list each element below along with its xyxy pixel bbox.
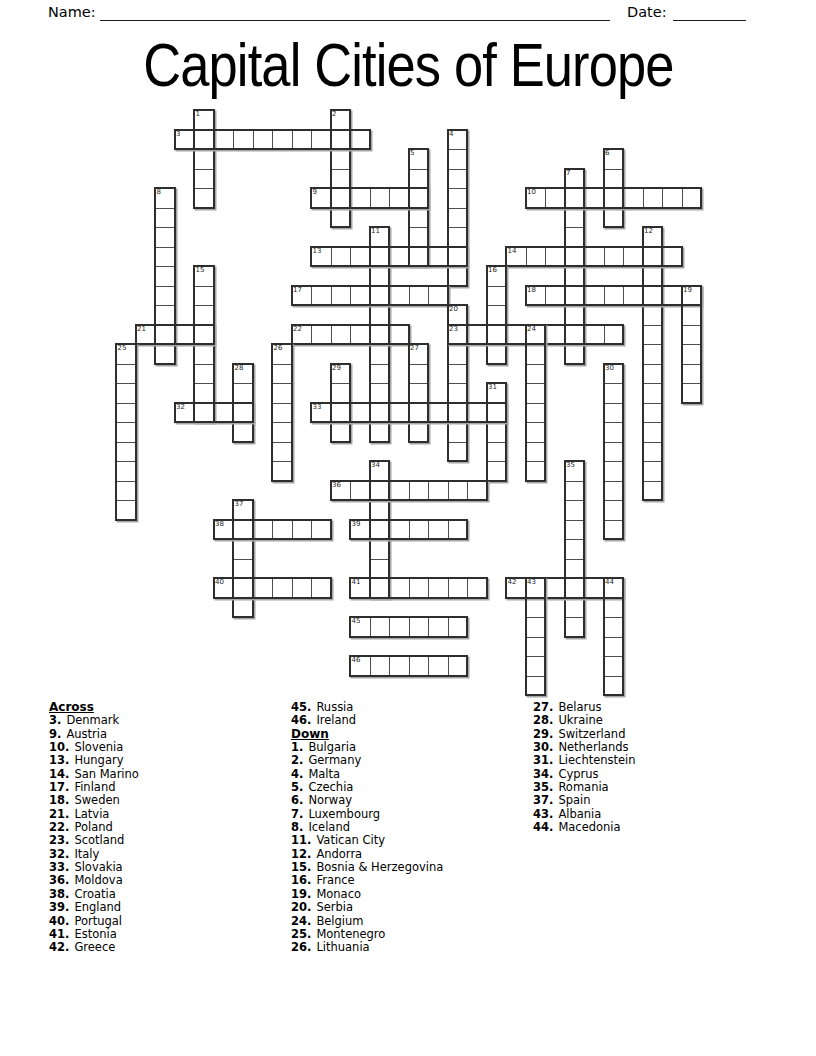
grid-cell-r13c17[interactable] [448,364,469,385]
grid-cell-r19c12[interactable] [350,481,371,502]
clue-text: Czechia [308,780,353,794]
grid-cell-r11c11[interactable] [331,325,352,346]
grid-cell-r6c15[interactable] [409,227,430,248]
grid-cell-r16c25[interactable] [604,422,625,443]
cell-number-26: 26 [274,345,283,352]
clue-number: 2. [291,753,303,767]
grid-cell-r24c6[interactable] [233,578,254,599]
grid-cell-r25c6[interactable] [233,598,254,619]
grid-cell-r26c16[interactable] [428,617,449,638]
grid-cell-r27c21[interactable] [526,637,547,658]
grid-cell-r19c15[interactable] [409,481,430,502]
cell-number-21: 21 [137,326,146,333]
grid-cell-r15c0[interactable] [116,403,137,424]
grid-cell-r22c23[interactable] [565,539,586,560]
grid-cell-r17c21[interactable] [526,442,547,463]
grid-cell-r14c27[interactable] [643,383,664,404]
grid-cell-r15c14[interactable] [389,403,410,424]
grid-cell-r1c9[interactable] [292,130,313,151]
grid-cell-r10c2[interactable] [155,305,176,326]
grid-cell-r14c11[interactable] [331,383,352,404]
grid-cell-r17c0[interactable] [116,442,137,463]
grid-cell-r21c14[interactable] [389,520,410,541]
grid-cell-r10c29[interactable] [682,305,703,326]
cell-number-22: 22 [293,326,302,333]
grid-cell-r28c17[interactable] [448,656,469,677]
grid-cell-r10c4[interactable] [194,305,215,326]
grid-cell-r3c4[interactable] [194,169,215,190]
grid-cell-r15c16[interactable] [428,403,449,424]
grid-cell-r20c23[interactable] [565,500,586,521]
grid-cell-r4c28[interactable] [662,188,683,209]
grid-cell-r4c26[interactable] [623,188,644,209]
grid-cell-r17c27[interactable] [643,442,664,463]
grid-cell-r24c22[interactable] [545,578,566,599]
grid-cell-r4c17[interactable] [448,188,469,209]
grid-cell-r7c22[interactable] [545,247,566,268]
grid-cell-r12c4[interactable] [194,344,215,365]
grid-cell-r18c21[interactable] [526,461,547,482]
clue-number: 17. [49,780,69,794]
grid-cell-r3c17[interactable] [448,169,469,190]
grid-cell-r12c2[interactable] [155,344,176,365]
grid-cell-r15c12[interactable] [350,403,371,424]
grid-cell-r8c2[interactable] [155,266,176,287]
grid-cell-r14c25[interactable] [604,383,625,404]
clue-23: 23.Scotland [49,834,139,847]
grid-cell-r15c19[interactable] [487,403,508,424]
clue-26: 26.Lithuania [291,941,443,954]
clue-text: Slovenia [74,740,123,754]
grid-cell-r18c19[interactable] [487,461,508,482]
crossword-worksheet: Name: Date: Capital Cities of Europe 123… [0,0,816,1056]
grid-cell-r1c11[interactable] [331,130,352,151]
grid-cell-r7c28[interactable] [662,247,683,268]
grid-cell-r14c8[interactable] [272,383,293,404]
grid-cell-r11c19[interactable] [487,325,508,346]
grid-cell-r7c14[interactable] [389,247,410,268]
grid-cell-r4c12[interactable] [350,188,371,209]
clue-number: 37. [533,793,553,807]
grid-cell-r15c8[interactable] [272,403,293,424]
grid-cell-r11c24[interactable] [584,325,605,346]
clue-number: 21. [49,807,69,821]
grid-cell-r5c11[interactable] [331,208,352,229]
grid-cell-r26c21[interactable] [526,617,547,638]
grid-cell-r9c10[interactable] [311,286,332,307]
grid-cell-r16c6[interactable] [233,422,254,443]
grid-cell-r5c23[interactable] [565,208,586,229]
grid-cell-r26c14[interactable] [389,617,410,638]
grid-cell-r1c7[interactable] [253,130,274,151]
grid-cell-r10c23[interactable] [565,305,586,326]
clue-text: Netherlands [558,740,628,754]
grid-cell-r4c22[interactable] [545,188,566,209]
clue-18: 18.Sweden [49,794,139,807]
clue-30: 30.Netherlands [533,741,636,754]
grid-cell-r1c12[interactable] [350,130,371,151]
cell-number-41: 41 [352,579,361,586]
grid-cell-r7c11[interactable] [331,247,352,268]
grid-cell-r9c4[interactable] [194,286,215,307]
cell-number-4: 4 [449,131,453,138]
date-fill-line[interactable] [673,20,746,21]
grid-cell-r14c0[interactable] [116,383,137,404]
grid-cell-r11c3[interactable] [175,325,196,346]
grid-cell-r19c16[interactable] [428,481,449,502]
grid-cell-r21c17[interactable] [448,520,469,541]
grid-cell-r3c15[interactable] [409,169,430,190]
grid-cell-r4c15[interactable] [409,188,430,209]
grid-cell-r17c25[interactable] [604,442,625,463]
clue-text: Denmark [66,713,119,727]
grid-cell-r21c6[interactable] [233,520,254,541]
grid-cell-r21c15[interactable] [409,520,430,541]
grid-cell-r3c11[interactable] [331,169,352,190]
grid-cell-r18c25[interactable] [604,461,625,482]
grid-cell-r28c13[interactable] [370,656,391,677]
clue-number: 24. [291,914,311,928]
grid-cell-r5c25[interactable] [604,208,625,229]
grid-cell-r9c16[interactable] [428,286,449,307]
grid-cell-r7c17[interactable] [448,247,469,268]
grid-cell-r24c10[interactable] [311,578,332,599]
grid-cell-r20c0[interactable] [116,500,137,521]
grid-cell-r25c21[interactable] [526,598,547,619]
grid-cell-r4c23[interactable] [565,188,586,209]
clue-2: 2.Germany [291,754,443,767]
grid-cell-r29c21[interactable] [526,676,547,697]
grid-cell-r9c12[interactable] [350,286,371,307]
clue-text: Norway [308,793,352,807]
grid-cell-r9c22[interactable] [545,286,566,307]
grid-cell-r15c17[interactable] [448,403,469,424]
grid-cell-r24c14[interactable] [389,578,410,599]
grid-cell-r21c23[interactable] [565,520,586,541]
grid-cell-r19c17[interactable] [448,481,469,502]
grid-cell-r25c25[interactable] [604,598,625,619]
grid-cell-r1c10[interactable] [311,130,332,151]
grid-cell-r1c4[interactable] [194,130,215,151]
grid-cell-r26c25[interactable] [604,617,625,638]
grid-cell-r11c23[interactable] [565,325,586,346]
grid-cell-r7c16[interactable] [428,247,449,268]
grid-cell-r16c0[interactable] [116,422,137,443]
grid-cell-r4c11[interactable] [331,188,352,209]
grid-cell-r18c8[interactable] [272,461,293,482]
grid-cell-r24c18[interactable] [467,578,488,599]
grid-cell-r8c13[interactable] [370,266,391,287]
page-title: Capital Cities of Europe [0,33,816,97]
grid-cell-r7c26[interactable] [623,247,644,268]
clue-text: Cyprus [558,767,598,781]
clue-35: 35.Romania [533,781,636,794]
grid-cell-r10c27[interactable] [643,305,664,326]
grid-cell-r26c17[interactable] [448,617,469,638]
grid-cell-r11c20[interactable] [506,325,527,346]
grid-cell-r7c25[interactable] [604,247,625,268]
grid-cell-r12c23[interactable] [565,344,586,365]
grid-cell-r26c23[interactable] [565,617,586,638]
clue-text: Austria [66,727,107,741]
grid-cell-r15c13[interactable] [370,403,391,424]
grid-cell-r1c5[interactable] [214,130,235,151]
cell-number-2: 2 [332,111,336,118]
grid-cell-r21c25[interactable] [604,520,625,541]
clue-number: 28. [533,713,553,727]
grid-cell-r18c0[interactable] [116,461,137,482]
grid-cell-r28c25[interactable] [604,656,625,677]
clue-number: 7. [291,807,303,821]
grid-cell-r13c0[interactable] [116,364,137,385]
grid-cell-r11c10[interactable] [311,325,332,346]
grid-cell-r28c21[interactable] [526,656,547,677]
grid-cell-r14c13[interactable] [370,383,391,404]
clue-text: Lithuania [316,940,369,954]
grid-cell-r4c4[interactable] [194,188,215,209]
grid-cell-r19c0[interactable] [116,481,137,502]
grid-cell-r15c5[interactable] [214,403,235,424]
grid-cell-r12c21[interactable] [526,344,547,365]
grid-cell-r11c22[interactable] [545,325,566,346]
grid-cell-r1c8[interactable] [272,130,293,151]
grid-cell-r9c26[interactable] [623,286,644,307]
name-label: Name: [48,4,96,21]
grid-cell-r9c14[interactable] [389,286,410,307]
clue-number: 42. [49,940,69,954]
grid-cell-r16c15[interactable] [409,422,430,443]
clue-text: Switzerland [558,727,625,741]
grid-cell-r21c9[interactable] [292,520,313,541]
grid-cell-r11c25[interactable] [604,325,625,346]
clue-number: 10. [49,740,69,754]
grid-cell-r16c11[interactable] [331,422,352,443]
grid-cell-r9c25[interactable] [604,286,625,307]
grid-cell-r15c6[interactable] [233,403,254,424]
grid-cell-r14c4[interactable] [194,383,215,404]
grid-cell-r7c12[interactable] [350,247,371,268]
grid-cell-r23c6[interactable] [233,559,254,580]
grid-cell-r12c19[interactable] [487,344,508,365]
grid-cell-r19c13[interactable] [370,481,391,502]
grid-cell-r9c23[interactable] [565,286,586,307]
grid-cell-r15c11[interactable] [331,403,352,424]
grid-cell-r7c23[interactable] [565,247,586,268]
grid-cell-r23c13[interactable] [370,559,391,580]
grid-cell-r5c17[interactable] [448,208,469,229]
grid-cell-r24c7[interactable] [253,578,274,599]
grid-cell-r28c14[interactable] [389,656,410,677]
cell-number-32: 32 [176,404,185,411]
grid-cell-r3c25[interactable] [604,169,625,190]
grid-cell-r14c6[interactable] [233,383,254,404]
grid-cell-r13c15[interactable] [409,364,430,385]
grid-cell-r4c24[interactable] [584,188,605,209]
grid-cell-r22c13[interactable] [370,539,391,560]
grid-cell-r12c27[interactable] [643,344,664,365]
clue-number: 22. [49,820,69,834]
grid-cell-r6c2[interactable] [155,227,176,248]
grid-cell-r19c18[interactable] [467,481,488,502]
clue-text: Albania [558,807,601,821]
grid-cell-r11c2[interactable] [155,325,176,346]
grid-cell-r29c25[interactable] [604,676,625,697]
grid-cell-r11c12[interactable] [350,325,371,346]
grid-cell-r15c21[interactable] [526,403,547,424]
clue-column-1: Across3.Denmark9.Austria10.Slovenia13.Hu… [49,701,139,955]
cell-number-39: 39 [352,521,361,528]
grid-cell-r16c13[interactable] [370,422,391,443]
grid-cell-r4c27[interactable] [643,188,664,209]
grid-cell-r13c21[interactable] [526,364,547,385]
grid-cell-r16c27[interactable] [643,422,664,443]
clue-text: Bulgaria [308,740,356,754]
grid-cell-r26c13[interactable] [370,617,391,638]
grid-cell-r8c23[interactable] [565,266,586,287]
grid-cell-r27c25[interactable] [604,637,625,658]
grid-cell-r10c19[interactable] [487,305,508,326]
grid-cell-r12c29[interactable] [682,344,703,365]
grid-cell-r8c17[interactable] [448,266,469,287]
grid-cell-r24c17[interactable] [448,578,469,599]
clue-3: 3.Denmark [49,714,139,727]
grid-cell-r16c8[interactable] [272,422,293,443]
grid-cell-r5c15[interactable] [409,208,430,229]
cell-number-29: 29 [332,365,341,372]
clue-text: Spain [558,793,590,807]
grid-cell-r22c6[interactable] [233,539,254,560]
clue-11: 11.Vatican City [291,834,443,847]
grid-cell-r24c13[interactable] [370,578,391,599]
grid-cell-r21c16[interactable] [428,520,449,541]
grid-cell-r14c29[interactable] [682,383,703,404]
grid-cell-r14c15[interactable] [409,383,430,404]
grid-cell-r5c2[interactable] [155,208,176,229]
grid-cell-r9c28[interactable] [662,286,683,307]
grid-cell-r20c13[interactable] [370,500,391,521]
grid-cell-r18c27[interactable] [643,461,664,482]
name-fill-line[interactable] [100,20,610,21]
grid-cell-r19c23[interactable] [565,481,586,502]
grid-cell-r7c2[interactable] [155,247,176,268]
grid-cell-r16c19[interactable] [487,422,508,443]
grid-cell-r7c15[interactable] [409,247,430,268]
grid-cell-r15c27[interactable] [643,403,664,424]
grid-cell-r7c27[interactable] [643,247,664,268]
grid-cell-r24c15[interactable] [409,578,430,599]
grid-cell-r23c23[interactable] [565,559,586,580]
grid-cell-r11c4[interactable] [194,325,215,346]
grid-cell-r13c27[interactable] [643,364,664,385]
grid-cell-r19c27[interactable] [643,481,664,502]
grid-cell-r14c21[interactable] [526,383,547,404]
grid-cell-r14c17[interactable] [448,383,469,404]
grid-cell-r12c13[interactable] [370,344,391,365]
clue-number: 31. [533,753,553,767]
grid-cell-r21c8[interactable] [272,520,293,541]
grid-cell-r2c4[interactable] [194,149,215,170]
grid-cell-r1c6[interactable] [233,130,254,151]
grid-cell-r21c13[interactable] [370,520,391,541]
grid-cell-r28c15[interactable] [409,656,430,677]
grid-cell-r13c8[interactable] [272,364,293,385]
grid-cell-r15c18[interactable] [467,403,488,424]
grid-cell-r24c23[interactable] [565,578,586,599]
grid-cell-r19c25[interactable] [604,481,625,502]
grid-cell-r9c24[interactable] [584,286,605,307]
grid-cell-r11c27[interactable] [643,325,664,346]
grid-cell-r16c21[interactable] [526,422,547,443]
clue-16: 16.France [291,874,443,887]
grid-cell-r17c19[interactable] [487,442,508,463]
grid-cell-r11c18[interactable] [467,325,488,346]
grid-cell-r25c23[interactable] [565,598,586,619]
grid-cell-r10c13[interactable] [370,305,391,326]
grid-cell-r24c16[interactable] [428,578,449,599]
grid-cell-r26c15[interactable] [409,617,430,638]
grid-cell-r12c17[interactable] [448,344,469,365]
grid-cell-r11c29[interactable] [682,325,703,346]
grid-cell-r13c13[interactable] [370,364,391,385]
grid-cell-r6c23[interactable] [565,227,586,248]
grid-cell-r13c29[interactable] [682,364,703,385]
grid-cell-r15c4[interactable] [194,403,215,424]
grid-cell-r24c9[interactable] [292,578,313,599]
grid-cell-r2c17[interactable] [448,149,469,170]
grid-cell-r17c8[interactable] [272,442,293,463]
grid-cell-r7c13[interactable] [370,247,391,268]
clue-number: 30. [533,740,553,754]
grid-cell-r4c14[interactable] [389,188,410,209]
grid-cell-r15c25[interactable] [604,403,625,424]
clue-38: 38.Croatia [49,888,139,901]
clue-number: 8. [291,820,303,834]
grid-cell-r9c13[interactable] [370,286,391,307]
grid-cell-r6c17[interactable] [448,227,469,248]
grid-cell-r21c7[interactable] [253,520,274,541]
grid-cell-r9c11[interactable] [331,286,352,307]
grid-cell-r24c24[interactable] [584,578,605,599]
grid-cell-r4c13[interactable] [370,188,391,209]
grid-cell-r7c21[interactable] [526,247,547,268]
grid-cell-r11c13[interactable] [370,325,391,346]
grid-cell-r20c25[interactable] [604,500,625,521]
grid-cell-r4c29[interactable] [682,188,703,209]
grid-cell-r19c14[interactable] [389,481,410,502]
grid-cell-r16c17[interactable] [448,422,469,443]
grid-cell-r15c15[interactable] [409,403,430,424]
grid-cell-r17c17[interactable] [448,442,469,463]
clue-number: 5. [291,780,303,794]
grid-cell-r9c15[interactable] [409,286,430,307]
grid-cell-r11c14[interactable] [389,325,410,346]
clue-number: 19. [291,887,311,901]
grid-cell-r2c11[interactable] [331,149,352,170]
clue-text: Luxembourg [308,807,380,821]
grid-cell-r8c27[interactable] [643,266,664,287]
grid-cell-r9c27[interactable] [643,286,664,307]
grid-cell-r9c2[interactable] [155,286,176,307]
grid-cell-r21c10[interactable] [311,520,332,541]
grid-cell-r4c25[interactable] [604,188,625,209]
grid-cell-r7c24[interactable] [584,247,605,268]
cell-number-7: 7 [566,170,570,177]
clue-43: 43.Albania [533,808,636,821]
grid-cell-r24c8[interactable] [272,578,293,599]
grid-cell-r13c4[interactable] [194,364,215,385]
grid-cell-r28c16[interactable] [428,656,449,677]
grid-cell-r9c19[interactable] [487,286,508,307]
